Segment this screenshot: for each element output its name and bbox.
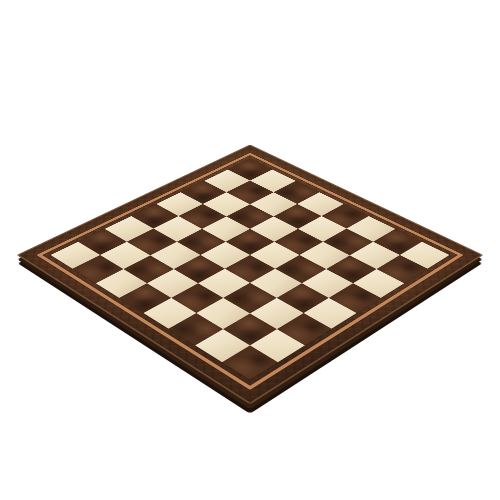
chess-board — [17, 145, 484, 405]
board-field — [51, 159, 450, 380]
product-photo — [0, 0, 500, 500]
